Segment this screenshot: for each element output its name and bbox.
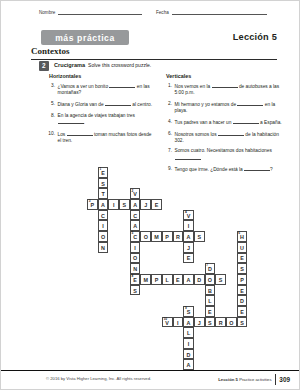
crossword-cell[interactable]: T (98, 188, 109, 199)
mas-practica-banner: más práctica (41, 30, 129, 45)
clue-blank (237, 101, 263, 106)
cell-letter: E (176, 277, 180, 283)
clue-text: Diana y Gloria van de al centro. (58, 101, 153, 108)
crossword-cell[interactable]: S (237, 317, 248, 328)
cell-letter: D (208, 266, 212, 272)
cell-letter: C (101, 213, 105, 219)
clue-row: 1.Nos vemos en la de autobuses a las 5:0… (162, 83, 285, 96)
crossword-cell[interactable]: S (119, 199, 130, 210)
lesson-title: Lección 5 (233, 32, 277, 42)
cell-letter: O (229, 320, 233, 326)
crossword-cell[interactable]: J (194, 317, 205, 328)
crossword-cell[interactable]: 7D (205, 263, 216, 274)
clue-row: 10.Los toman muchas fotos desde el tren. (45, 131, 155, 144)
activity-number-badge: 2 (39, 61, 49, 71)
footer-lesson-rest: Practice activities (239, 377, 271, 382)
clue-text: ¿Vamos a ver un bonito en las montañas? (58, 83, 156, 96)
clue-blank (244, 166, 270, 171)
crossword-cell[interactable]: 8E (130, 274, 141, 285)
across-clues: 3.¿Vamos a ver un bonito en las montañas… (45, 83, 155, 144)
clue-blank (105, 101, 131, 106)
crossword-cell[interactable]: I (98, 220, 109, 231)
cell-letter: E (240, 309, 244, 315)
crossword-cell[interactable]: I (108, 199, 119, 210)
cell-number: 8 (131, 275, 133, 278)
clue-number: 5. (45, 101, 58, 108)
clue-row: 3.¿Vamos a ver un bonito en las montañas… (45, 83, 155, 96)
cell-letter: M (154, 234, 159, 240)
clue-row: 4.Tus padres van a hacer un a España. (162, 119, 285, 126)
crossword-cell[interactable]: A (183, 359, 194, 370)
clue-text: Nosotros somos los de la habitación 302. (175, 131, 286, 144)
section-rule (31, 59, 277, 60)
activity-instruction: Solve this crossword puzzle. (88, 62, 151, 68)
clue-text: Nos vemos en la de autobuses a las 5:00 … (175, 83, 286, 96)
clue-blank (212, 83, 238, 88)
clue-row: 5.Diana y Gloria van de al centro. (45, 101, 155, 108)
crossword-cell[interactable]: C (130, 210, 141, 221)
crossword-cell[interactable]: R (173, 231, 184, 242)
down-clues-column: Verticales 1.Nos vemos en la de autobuse… (162, 73, 285, 178)
footer-lesson-label: Lección 5 Practice activities (218, 377, 271, 382)
crossword-cell[interactable]: C (98, 210, 109, 221)
crossword-cell[interactable]: N (98, 242, 109, 253)
cell-letter: D (187, 352, 191, 358)
cell-letter: S (240, 266, 244, 272)
crossword-cell[interactable]: I (183, 220, 194, 231)
crossword-cell[interactable]: A (183, 231, 194, 242)
crossword-cell[interactable]: O (130, 253, 141, 264)
clue-number: 7. (162, 148, 175, 161)
cell-letter: D (197, 277, 201, 283)
crossword-cell[interactable]: 10V (162, 317, 173, 328)
cell-letter: L (208, 298, 211, 304)
cell-letter: A (187, 320, 191, 326)
crossword-cell[interactable]: E (205, 306, 216, 317)
cell-letter: I (113, 202, 115, 208)
clue-number: 10. (45, 131, 58, 144)
cell-letter: M (144, 277, 149, 283)
cell-letter: S (240, 320, 244, 326)
crossword-cell[interactable]: O (98, 231, 109, 242)
name-input-line[interactable] (58, 9, 142, 15)
crossword-cell[interactable]: 5C (130, 231, 141, 242)
cell-letter: P (165, 234, 169, 240)
clue-text: En la agencia de viajes trabajan tres . (58, 113, 156, 126)
clue-blank (67, 131, 93, 136)
cell-letter: I (188, 223, 190, 229)
crossword-cell[interactable]: M (140, 274, 151, 285)
clue-text: Los toman muchas fotos desde el tren. (58, 131, 156, 144)
cell-letter: N (133, 266, 137, 272)
crossword-cell[interactable]: R (215, 317, 226, 328)
crossword-cell[interactable]: A (183, 274, 194, 285)
cell-letter: S (123, 202, 127, 208)
crossword-cell[interactable]: A (130, 220, 141, 231)
across-heading: Horizontales (49, 73, 155, 79)
activity-line: Crucigrama Solve this crossword puzzle. (54, 62, 151, 68)
cell-letter: E (208, 309, 212, 315)
crossword-cell[interactable]: P (237, 274, 248, 285)
clue-row: 2.Mi hermano y yo estamos de en la playa… (162, 101, 285, 114)
cell-number: 10 (164, 318, 168, 321)
cell-number: 4 (185, 211, 187, 214)
activity-title: Crucigrama (54, 62, 85, 68)
clue-text: Tus padres van a hacer un a España. (175, 119, 282, 126)
cell-number: 3 (89, 200, 91, 203)
across-clues-column: Horizontales 3.¿Vamos a ver un bonito en… (45, 73, 155, 148)
clue-row: 8.En la agencia de viajes trabajan tres … (45, 113, 155, 126)
cell-letter: O (144, 234, 148, 240)
clue-number: 8. (45, 113, 58, 126)
cell-letter: S (219, 277, 223, 283)
cell-number: 9 (185, 307, 187, 310)
crossword-cell[interactable]: 1E (98, 167, 109, 178)
crossword-cell[interactable]: L (162, 274, 173, 285)
crossword-cell[interactable]: A (130, 199, 141, 210)
crossword-cell[interactable]: J (183, 242, 194, 253)
crossword-cell[interactable]: E (151, 199, 162, 210)
down-heading: Verticales (166, 73, 285, 79)
crossword-cell[interactable]: P (162, 231, 173, 242)
crossword-cell[interactable]: E (237, 253, 248, 264)
clue-number: 3. (45, 83, 58, 96)
cell-letter: B (208, 288, 212, 294)
cell-letter: N (101, 245, 105, 251)
crossword-cell[interactable]: J (140, 199, 151, 210)
crossword-cell[interactable]: N (130, 263, 141, 274)
clue-row: 7.Somos cuatro. Necesitamos dos habitaci… (162, 148, 285, 161)
crossword-cell[interactable]: S (237, 263, 248, 274)
cell-letter: S (101, 181, 105, 187)
cell-letter: C (133, 234, 137, 240)
crossword-cell[interactable]: I (183, 338, 194, 349)
cell-letter: I (134, 245, 136, 251)
down-clues: 1.Nos vemos en la de autobuses a las 5:0… (162, 83, 285, 174)
clue-row: 6.Nosotros somos los de la habitación 30… (162, 131, 285, 144)
cell-letter: T (101, 191, 104, 197)
cell-letter: V (133, 191, 137, 197)
cell-letter: O (101, 234, 105, 240)
cell-letter: A (133, 223, 137, 229)
clue-text: Mi hermano y yo estamos de en la playa. (175, 101, 286, 114)
cell-letter: D (240, 298, 244, 304)
cell-letter: E (240, 255, 244, 261)
cell-letter: I (188, 341, 190, 347)
cell-letter: L (187, 330, 190, 336)
crossword-grid: 1EST2V3PAISAJECC4VIAIO5COMPRAS6HNIJUOEEN… (87, 167, 247, 370)
crossword-cell[interactable]: 6H (237, 231, 248, 242)
cell-number: 7 (206, 264, 208, 267)
date-input-line[interactable] (172, 9, 267, 15)
workbook-page: Nombre Fecha más práctica Lección 5 Cont… (0, 0, 300, 390)
crossword-cell[interactable]: I (130, 242, 141, 253)
cell-letter: A (187, 234, 191, 240)
clue-number: 6. (162, 131, 175, 144)
crossword-cell[interactable]: E (237, 306, 248, 317)
clue-blank (109, 83, 135, 88)
cell-letter: J (198, 320, 201, 326)
crossword-cell[interactable]: P (151, 274, 162, 285)
crossword-cell[interactable]: D (237, 295, 248, 306)
cell-letter: E (133, 277, 137, 283)
cell-letter: P (155, 277, 159, 283)
cell-letter: S (133, 288, 137, 294)
footer-divider (275, 374, 276, 385)
cell-letter: A (187, 362, 191, 368)
crossword-cell[interactable]: L (183, 327, 194, 338)
crossword-cell[interactable]: L (205, 295, 216, 306)
cell-letter: A (187, 277, 191, 283)
crossword-cell[interactable]: I (173, 317, 184, 328)
crossword-cell[interactable]: S (98, 178, 109, 189)
cell-letter: I (102, 223, 104, 229)
crossword-cell[interactable]: O (226, 317, 237, 328)
cell-letter: R (219, 320, 223, 326)
cell-letter: E (240, 288, 244, 294)
crossword-cell[interactable]: D (194, 274, 205, 285)
cell-letter: S (208, 320, 212, 326)
date-label: Fecha (156, 10, 169, 15)
crossword-cell[interactable]: E (237, 285, 248, 296)
section-title: Contextos (31, 46, 70, 56)
footer-lesson-bold: Lección 5 (218, 377, 238, 382)
cell-letter: E (101, 170, 105, 176)
page-number: 309 (279, 376, 290, 383)
crossword-cell[interactable]: S (215, 274, 226, 285)
cell-letter: V (187, 213, 191, 219)
footer-right-group: Lección 5 Practice activities 309 (218, 373, 290, 386)
footer-rule (1, 370, 299, 372)
crossword-cell[interactable]: 3P (87, 199, 98, 210)
crossword-cell[interactable]: O (205, 274, 216, 285)
cell-letter: P (240, 277, 244, 283)
crossword-cell[interactable]: S (205, 317, 216, 328)
crossword-cell[interactable]: 4V (183, 210, 194, 221)
clue-blank (218, 131, 244, 136)
name-label: Nombre (39, 10, 55, 15)
cell-letter: S (187, 309, 191, 315)
cell-number: 2 (131, 190, 133, 193)
crossword-cell[interactable]: B (205, 285, 216, 296)
crossword-cell[interactable]: O (140, 231, 151, 242)
cell-letter: L (166, 277, 169, 283)
cell-letter: J (144, 202, 147, 208)
name-field[interactable]: Nombre (39, 9, 142, 15)
cell-number: 6 (238, 232, 240, 235)
crossword-cell[interactable]: A (183, 317, 194, 328)
copyright-text: © 2016 by Vista Higher Learning, Inc. Al… (46, 376, 151, 381)
clue-number: 2. (162, 101, 175, 114)
cell-letter: C (133, 213, 137, 219)
crossword-cell[interactable]: 9S (183, 306, 194, 317)
cell-letter: U (240, 245, 244, 251)
cell-letter: J (187, 245, 190, 251)
crossword-cell[interactable]: S (194, 231, 205, 242)
clue-text: Somos cuatro. Necesitamos dos habitacion… (175, 148, 286, 161)
cell-letter: O (133, 255, 137, 261)
crossword-cell[interactable]: E (173, 274, 184, 285)
cell-letter: A (133, 202, 137, 208)
cell-letter: O (208, 277, 212, 283)
cell-letter: R (176, 234, 180, 240)
cell-letter: A (101, 202, 105, 208)
clue-number: 4. (162, 119, 175, 126)
crossword-cell[interactable]: A (98, 199, 109, 210)
cell-letter: E (187, 255, 191, 261)
cell-letter: P (91, 202, 95, 208)
date-field[interactable]: Fecha (156, 9, 267, 15)
cell-letter: H (240, 234, 244, 240)
clue-blank (58, 119, 84, 124)
crossword-cell[interactable]: D (183, 349, 194, 360)
crossword-cell[interactable]: S (130, 285, 141, 296)
crossword-cell[interactable]: U (237, 242, 248, 253)
clue-blank (233, 119, 259, 124)
cell-number: 5 (131, 232, 133, 235)
clue-blank (175, 155, 201, 160)
cell-letter: I (177, 320, 179, 326)
cell-number: 1 (99, 168, 101, 171)
crossword-cell[interactable]: M (151, 231, 162, 242)
crossword-cell[interactable]: E (183, 253, 194, 264)
clue-number: 1. (162, 83, 175, 96)
crossword-cell[interactable]: 2V (130, 188, 141, 199)
cell-letter: S (197, 234, 201, 240)
cell-letter: E (155, 202, 159, 208)
